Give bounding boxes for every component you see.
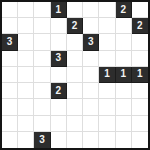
empty-cell-r4c6[interactable] <box>83 51 99 67</box>
empty-cell-r5c5[interactable] <box>67 67 83 83</box>
empty-cell-r9c4[interactable] <box>51 132 67 148</box>
clue-cell-r2c5: 2 <box>67 18 83 34</box>
empty-cell-r1c2[interactable] <box>18 2 34 18</box>
clue-cell-r5c9: 1 <box>132 67 148 83</box>
empty-cell-r2c1[interactable] <box>2 18 18 34</box>
puzzle-stage: 122233311123 <box>0 0 150 150</box>
empty-cell-r8c3[interactable] <box>34 116 50 132</box>
clue-cell-r4c4: 3 <box>51 51 67 67</box>
empty-cell-r8c6[interactable] <box>83 116 99 132</box>
empty-cell-r6c3[interactable] <box>34 83 50 99</box>
clue-cell-r5c8: 1 <box>116 67 132 83</box>
clue-cell-r5c7: 1 <box>99 67 115 83</box>
empty-cell-r6c2[interactable] <box>18 83 34 99</box>
empty-cell-r1c9[interactable] <box>132 2 148 18</box>
clue-cell-r3c1: 3 <box>2 34 18 50</box>
empty-cell-r1c6[interactable] <box>83 2 99 18</box>
empty-cell-r4c2[interactable] <box>18 51 34 67</box>
empty-cell-r4c5[interactable] <box>67 51 83 67</box>
empty-cell-r2c8[interactable] <box>116 18 132 34</box>
empty-cell-r9c8[interactable] <box>116 132 132 148</box>
empty-cell-r2c6[interactable] <box>83 18 99 34</box>
empty-cell-r7c6[interactable] <box>83 99 99 115</box>
empty-cell-r3c8[interactable] <box>116 34 132 50</box>
empty-cell-r1c5[interactable] <box>67 2 83 18</box>
empty-cell-r4c9[interactable] <box>132 51 148 67</box>
empty-cell-r7c8[interactable] <box>116 99 132 115</box>
empty-cell-r6c9[interactable] <box>132 83 148 99</box>
empty-cell-r1c7[interactable] <box>99 2 115 18</box>
clue-cell-r1c4: 1 <box>51 2 67 18</box>
empty-cell-r7c9[interactable] <box>132 99 148 115</box>
empty-cell-r4c8[interactable] <box>116 51 132 67</box>
clue-cell-r9c3: 3 <box>34 132 50 148</box>
empty-cell-r8c7[interactable] <box>99 116 115 132</box>
empty-cell-r3c2[interactable] <box>18 34 34 50</box>
empty-cell-r8c2[interactable] <box>18 116 34 132</box>
empty-cell-r8c4[interactable] <box>51 116 67 132</box>
empty-cell-r5c2[interactable] <box>18 67 34 83</box>
empty-cell-r4c3[interactable] <box>34 51 50 67</box>
empty-cell-r4c1[interactable] <box>2 51 18 67</box>
clue-cell-r1c8: 2 <box>116 2 132 18</box>
empty-cell-r3c4[interactable] <box>51 34 67 50</box>
empty-cell-r7c1[interactable] <box>2 99 18 115</box>
empty-cell-r1c1[interactable] <box>2 2 18 18</box>
empty-cell-r8c9[interactable] <box>132 116 148 132</box>
empty-cell-r9c5[interactable] <box>67 132 83 148</box>
empty-cell-r3c9[interactable] <box>132 34 148 50</box>
empty-cell-r9c7[interactable] <box>99 132 115 148</box>
empty-cell-r8c8[interactable] <box>116 116 132 132</box>
empty-cell-r3c5[interactable] <box>67 34 83 50</box>
empty-cell-r3c7[interactable] <box>99 34 115 50</box>
empty-cell-r7c4[interactable] <box>51 99 67 115</box>
empty-cell-r6c5[interactable] <box>67 83 83 99</box>
clue-cell-r3c6: 3 <box>83 34 99 50</box>
clue-cell-r2c9: 2 <box>132 18 148 34</box>
empty-cell-r6c7[interactable] <box>99 83 115 99</box>
empty-cell-r7c5[interactable] <box>67 99 83 115</box>
empty-cell-r5c1[interactable] <box>2 67 18 83</box>
empty-cell-r7c2[interactable] <box>18 99 34 115</box>
empty-cell-r5c6[interactable] <box>83 67 99 83</box>
empty-cell-r7c3[interactable] <box>34 99 50 115</box>
puzzle-board: 122233311123 <box>0 0 150 150</box>
empty-cell-r6c1[interactable] <box>2 83 18 99</box>
empty-cell-r2c2[interactable] <box>18 18 34 34</box>
empty-cell-r2c7[interactable] <box>99 18 115 34</box>
empty-cell-r6c8[interactable] <box>116 83 132 99</box>
empty-cell-r2c3[interactable] <box>34 18 50 34</box>
empty-cell-r6c6[interactable] <box>83 83 99 99</box>
empty-cell-r3c3[interactable] <box>34 34 50 50</box>
empty-cell-r2c4[interactable] <box>51 18 67 34</box>
empty-cell-r8c1[interactable] <box>2 116 18 132</box>
clue-cell-r6c4: 2 <box>51 83 67 99</box>
empty-cell-r9c1[interactable] <box>2 132 18 148</box>
empty-cell-r5c3[interactable] <box>34 67 50 83</box>
empty-cell-r9c2[interactable] <box>18 132 34 148</box>
empty-cell-r4c7[interactable] <box>99 51 115 67</box>
empty-cell-r9c9[interactable] <box>132 132 148 148</box>
empty-cell-r5c4[interactable] <box>51 67 67 83</box>
empty-cell-r8c5[interactable] <box>67 116 83 132</box>
empty-cell-r7c7[interactable] <box>99 99 115 115</box>
empty-cell-r9c6[interactable] <box>83 132 99 148</box>
empty-cell-r1c3[interactable] <box>34 2 50 18</box>
